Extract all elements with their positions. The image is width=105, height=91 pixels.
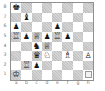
square-f6[interactable] [62, 22, 72, 32]
white-rook-a5[interactable]: ♖ [11, 32, 21, 42]
black-pawn-a6[interactable]: ♟ [11, 22, 21, 32]
file-label-b: b [21, 80, 31, 86]
generator-logo-icon [85, 71, 92, 78]
square-h4[interactable] [83, 42, 93, 52]
square-e3[interactable] [52, 51, 62, 61]
square-d6[interactable] [42, 22, 52, 32]
square-e6[interactable]: ♟ [52, 22, 62, 32]
black-pawn-f5[interactable]: ♟ [62, 32, 72, 42]
watermark-text: ······················· [99, 18, 103, 70]
square-c6[interactable] [32, 22, 42, 32]
rank-label-4: 4 [1, 41, 9, 51]
white-rook-e5[interactable]: ♖ [52, 32, 62, 42]
file-labels: abcdefgh [11, 80, 93, 86]
rank-label-5: 5 [1, 31, 9, 41]
square-f8[interactable] [62, 3, 72, 13]
square-a8[interactable]: ♚ [11, 3, 21, 13]
square-c4[interactable]: ♞ [32, 42, 42, 52]
square-e5[interactable]: ♖ [52, 32, 62, 42]
square-h7[interactable] [83, 13, 93, 23]
file-label-f: f [62, 80, 72, 86]
black-queen-c3[interactable]: ♛ [32, 51, 42, 61]
square-a7[interactable] [11, 13, 21, 23]
square-a3[interactable] [11, 51, 21, 61]
square-g5[interactable] [73, 32, 83, 42]
square-e8[interactable] [52, 3, 62, 13]
square-d7[interactable] [42, 13, 52, 23]
square-h2[interactable] [83, 61, 93, 71]
square-d1[interactable] [42, 70, 52, 80]
square-a5[interactable]: ♖ [11, 32, 21, 42]
square-b8[interactable] [21, 3, 31, 13]
square-b5[interactable]: ♟ [21, 32, 31, 42]
square-e7[interactable] [52, 13, 62, 23]
square-e2[interactable] [52, 61, 62, 71]
square-h6[interactable] [83, 22, 93, 32]
square-e4[interactable] [52, 42, 62, 52]
square-g1[interactable] [73, 70, 83, 80]
rank-label-6: 6 [1, 21, 9, 31]
black-king-a8[interactable]: ♚ [11, 3, 21, 13]
file-label-g: g [73, 80, 83, 86]
square-f3[interactable]: ♗ [62, 51, 72, 61]
white-queen-d4[interactable]: ♕ [42, 42, 52, 52]
white-rook-b2[interactable]: ♖ [21, 61, 31, 71]
square-b3[interactable] [21, 51, 31, 61]
rank-label-8: 8 [1, 2, 9, 12]
rank-label-3: 3 [1, 50, 9, 60]
black-knight-c4[interactable]: ♞ [32, 42, 42, 52]
white-king-a1[interactable]: ♔ [11, 70, 21, 80]
rank-label-2: 2 [1, 60, 9, 70]
square-b6[interactable] [21, 22, 31, 32]
black-pawn-b5[interactable]: ♟ [21, 32, 31, 42]
square-c5[interactable]: ♕ [32, 32, 42, 42]
white-pawn-h3[interactable]: ♙ [83, 51, 93, 61]
white-queen-c5[interactable]: ♕ [32, 32, 42, 42]
square-h5[interactable] [83, 32, 93, 42]
square-c1[interactable] [32, 70, 42, 80]
square-c2[interactable]: ♟ [32, 61, 42, 71]
file-label-e: e [52, 80, 62, 86]
square-c3[interactable]: ♛ [32, 51, 42, 61]
black-pawn-d5[interactable]: ♟ [42, 32, 52, 42]
square-f2[interactable] [62, 61, 72, 71]
file-label-a: a [11, 80, 21, 86]
square-g2[interactable] [73, 61, 83, 71]
square-f7[interactable] [62, 13, 72, 23]
square-f5[interactable]: ♟ [62, 32, 72, 42]
square-g3[interactable] [73, 51, 83, 61]
rank-labels: 87654321 [1, 2, 9, 79]
black-pawn-e6[interactable]: ♟ [52, 22, 62, 32]
square-g6[interactable] [73, 22, 83, 32]
square-f4[interactable] [62, 42, 72, 52]
square-a2[interactable] [11, 61, 21, 71]
file-label-c: c [32, 80, 42, 86]
square-d5[interactable]: ♟ [42, 32, 52, 42]
square-a1[interactable]: ♔ [11, 70, 21, 80]
square-h8[interactable] [83, 3, 93, 13]
rank-label-1: 1 [1, 69, 9, 79]
square-e1[interactable] [52, 70, 62, 80]
square-d3[interactable]: ♘ [42, 51, 52, 61]
file-label-h: h [83, 80, 93, 86]
white-bishop-f3[interactable]: ♗ [62, 51, 72, 61]
square-c7[interactable] [32, 13, 42, 23]
white-knight-d3[interactable]: ♘ [42, 51, 52, 61]
chess-diagram: 87654321 ♚♝♟♟♖♟♕♟♖♟♞♕♛♘♗♙♖♟♔ abcdefgh ··… [0, 0, 105, 91]
square-c8[interactable] [32, 3, 42, 13]
square-h3[interactable]: ♙ [83, 51, 93, 61]
square-g7[interactable] [73, 13, 83, 23]
square-b1[interactable] [21, 70, 31, 80]
file-label-d: d [42, 80, 52, 86]
square-a4[interactable] [11, 42, 21, 52]
square-a6[interactable]: ♟ [11, 22, 21, 32]
chess-board[interactable]: ♚♝♟♟♖♟♕♟♖♟♞♕♛♘♗♙♖♟♔ [10, 2, 94, 81]
square-f1[interactable] [62, 70, 72, 80]
square-b2[interactable]: ♖ [21, 61, 31, 71]
square-b4[interactable] [21, 42, 31, 52]
square-d8[interactable] [42, 3, 52, 13]
square-b7[interactable]: ♝ [21, 13, 31, 23]
square-g4[interactable] [73, 42, 83, 52]
square-d4[interactable]: ♕ [42, 42, 52, 52]
square-d2[interactable] [42, 61, 52, 71]
square-g8[interactable] [73, 3, 83, 13]
black-bishop-b7[interactable]: ♝ [21, 13, 31, 23]
rank-label-7: 7 [1, 12, 9, 22]
black-pawn-c2[interactable]: ♟ [32, 61, 42, 71]
